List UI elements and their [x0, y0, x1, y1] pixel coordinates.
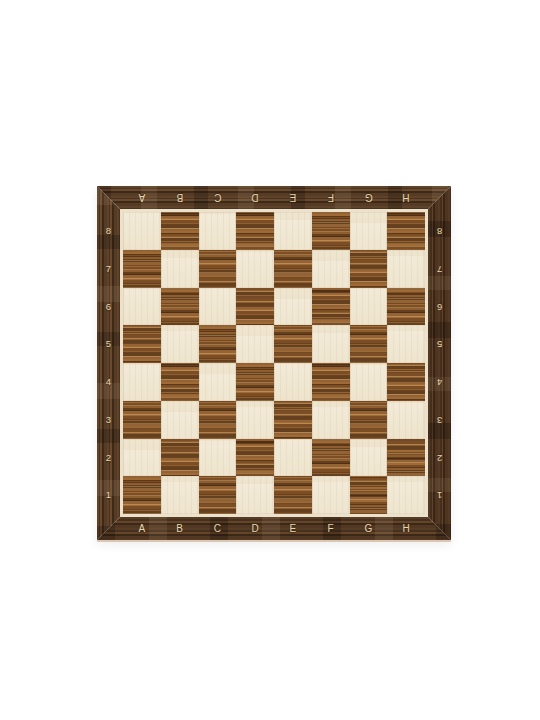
- square-a4: [123, 363, 161, 401]
- square-g7: [350, 250, 388, 288]
- rank-label-right-2: 2: [428, 439, 451, 477]
- board-grid: [123, 212, 425, 514]
- square-d2: [236, 439, 274, 477]
- square-e1: [274, 476, 312, 514]
- square-g5: [350, 325, 388, 363]
- file-label-bottom-g: G: [350, 517, 388, 540]
- file-label-top-h: H: [387, 186, 425, 209]
- square-b2: [161, 439, 199, 477]
- square-c5: [199, 325, 237, 363]
- square-e5: [274, 325, 312, 363]
- square-b5: [161, 325, 199, 363]
- square-c7: [199, 250, 237, 288]
- rank-label-left-6: 6: [97, 288, 120, 326]
- photo-background: ABCDEFGH ABCDEFGH 87654321 87654321: [0, 0, 540, 720]
- square-h5: [387, 325, 425, 363]
- square-f2: [312, 439, 350, 477]
- square-f3: [312, 401, 350, 439]
- square-e8: [274, 212, 312, 250]
- rank-label-right-3: 3: [428, 401, 451, 439]
- square-h1: [387, 476, 425, 514]
- square-h3: [387, 401, 425, 439]
- square-d4: [236, 363, 274, 401]
- file-label-bottom-f: F: [312, 517, 350, 540]
- square-h8: [387, 212, 425, 250]
- square-h6: [387, 288, 425, 326]
- file-label-bottom-b: B: [161, 517, 199, 540]
- file-label-top-e: E: [274, 186, 312, 209]
- file-label-bottom-d: D: [236, 517, 274, 540]
- file-label-bottom-h: H: [387, 517, 425, 540]
- square-f1: [312, 476, 350, 514]
- file-label-top-g: G: [350, 186, 388, 209]
- square-b3: [161, 401, 199, 439]
- chessboard: ABCDEFGH ABCDEFGH 87654321 87654321: [97, 186, 451, 540]
- square-h7: [387, 250, 425, 288]
- square-a6: [123, 288, 161, 326]
- square-e2: [274, 439, 312, 477]
- square-d1: [236, 476, 274, 514]
- board-playing-field: [120, 209, 428, 517]
- square-e6: [274, 288, 312, 326]
- file-label-top-b: B: [161, 186, 199, 209]
- file-label-top-c: C: [199, 186, 237, 209]
- square-a7: [123, 250, 161, 288]
- square-b1: [161, 476, 199, 514]
- square-f7: [312, 250, 350, 288]
- square-d5: [236, 325, 274, 363]
- rank-label-right-1: 1: [428, 476, 451, 514]
- square-g4: [350, 363, 388, 401]
- square-c1: [199, 476, 237, 514]
- square-b6: [161, 288, 199, 326]
- rank-label-right-4: 4: [428, 363, 451, 401]
- square-g3: [350, 401, 388, 439]
- square-h4: [387, 363, 425, 401]
- rank-label-left-5: 5: [97, 325, 120, 363]
- square-g6: [350, 288, 388, 326]
- square-a5: [123, 325, 161, 363]
- square-e4: [274, 363, 312, 401]
- square-b8: [161, 212, 199, 250]
- file-labels-top: ABCDEFGH: [123, 186, 425, 209]
- rank-label-right-8: 8: [428, 212, 451, 250]
- square-d7: [236, 250, 274, 288]
- square-a8: [123, 212, 161, 250]
- file-label-bottom-e: E: [274, 517, 312, 540]
- square-f6: [312, 288, 350, 326]
- square-f4: [312, 363, 350, 401]
- square-g1: [350, 476, 388, 514]
- square-c6: [199, 288, 237, 326]
- file-label-bottom-a: A: [123, 517, 161, 540]
- rank-label-right-6: 6: [428, 288, 451, 326]
- rank-label-left-2: 2: [97, 439, 120, 477]
- square-c4: [199, 363, 237, 401]
- square-a3: [123, 401, 161, 439]
- rank-label-left-4: 4: [97, 363, 120, 401]
- file-label-top-f: F: [312, 186, 350, 209]
- square-e3: [274, 401, 312, 439]
- file-label-top-a: A: [123, 186, 161, 209]
- square-h2: [387, 439, 425, 477]
- rank-label-left-8: 8: [97, 212, 120, 250]
- square-g2: [350, 439, 388, 477]
- square-a1: [123, 476, 161, 514]
- file-label-bottom-c: C: [199, 517, 237, 540]
- rank-label-right-7: 7: [428, 250, 451, 288]
- file-label-top-d: D: [236, 186, 274, 209]
- square-c3: [199, 401, 237, 439]
- square-a2: [123, 439, 161, 477]
- rank-labels-left: 87654321: [97, 212, 120, 514]
- file-labels-bottom: ABCDEFGH: [123, 517, 425, 540]
- square-d6: [236, 288, 274, 326]
- square-c2: [199, 439, 237, 477]
- square-f8: [312, 212, 350, 250]
- square-f5: [312, 325, 350, 363]
- square-b7: [161, 250, 199, 288]
- rank-label-left-3: 3: [97, 401, 120, 439]
- rank-labels-right: 87654321: [428, 212, 451, 514]
- square-d3: [236, 401, 274, 439]
- square-e7: [274, 250, 312, 288]
- rank-label-right-5: 5: [428, 325, 451, 363]
- square-d8: [236, 212, 274, 250]
- square-g8: [350, 212, 388, 250]
- rank-label-left-1: 1: [97, 476, 120, 514]
- square-c8: [199, 212, 237, 250]
- rank-label-left-7: 7: [97, 250, 120, 288]
- square-b4: [161, 363, 199, 401]
